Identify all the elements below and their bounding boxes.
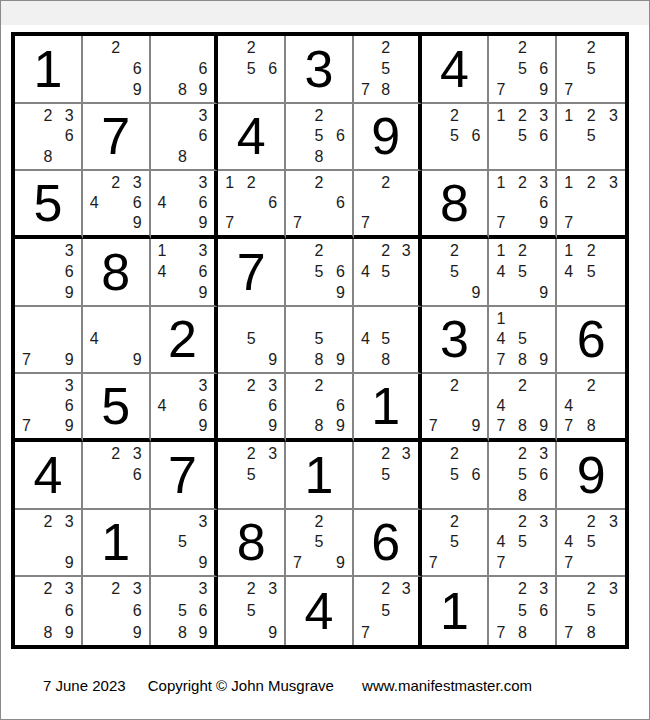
candidate-empty bbox=[464, 513, 483, 533]
sudoku-cell-r2c4[interactable]: 4 bbox=[218, 104, 286, 172]
candidate-digit: 2 bbox=[445, 242, 464, 262]
candidate-empty bbox=[359, 445, 377, 465]
candidate-empty bbox=[106, 621, 125, 642]
sudoku-cell-r4c6[interactable]: 2345 bbox=[354, 239, 422, 307]
sudoku-cell-r3c3[interactable]: 3469 bbox=[151, 171, 219, 239]
candidate-digit: 1 bbox=[156, 242, 174, 262]
candidate-empty bbox=[291, 127, 310, 147]
candidate-empty bbox=[395, 262, 413, 282]
candidate-digit: 9 bbox=[125, 621, 144, 642]
candidate-digit: 9 bbox=[125, 349, 144, 369]
candidate-digit: 8 bbox=[513, 485, 532, 505]
candidate-empty bbox=[464, 107, 483, 127]
candidate-digit: 5 bbox=[513, 262, 532, 282]
candidate-empty bbox=[20, 621, 39, 642]
candidate-digit: 6 bbox=[57, 127, 76, 147]
candidate-empty bbox=[261, 330, 280, 350]
candidate-empty bbox=[39, 330, 58, 350]
sudoku-cell-r7c1[interactable]: 4 bbox=[15, 442, 83, 510]
candidate-empty bbox=[106, 194, 125, 213]
given-digit: 8 bbox=[101, 246, 130, 298]
candidate-empty bbox=[328, 377, 347, 396]
candidate-digit: 2 bbox=[513, 513, 532, 533]
candidate-digit: 5 bbox=[513, 59, 532, 79]
sudoku-cell-r8c7[interactable]: 257 bbox=[422, 510, 490, 578]
candidate-empty bbox=[532, 310, 551, 330]
given-digit: 3 bbox=[305, 43, 334, 95]
sudoku-cell-r9c5[interactable]: 4 bbox=[286, 577, 354, 645]
sudoku-cell-r1c2[interactable]: 269 bbox=[83, 36, 151, 104]
candidate-empty bbox=[601, 601, 620, 622]
candidate-digit: 4 bbox=[494, 533, 513, 553]
candidate-digit: 2 bbox=[377, 580, 395, 601]
candidate-digit: 7 bbox=[291, 552, 310, 572]
candidate-empty bbox=[532, 262, 551, 282]
candidate-empty bbox=[328, 146, 347, 166]
sudoku-cell-r3c1[interactable]: 5 bbox=[15, 171, 83, 239]
candidate-digit: 2 bbox=[581, 513, 600, 533]
given-digit: 1 bbox=[33, 43, 62, 95]
given-digit: 6 bbox=[371, 516, 400, 568]
candidate-digit: 7 bbox=[562, 79, 581, 99]
sudoku-cell-r5c9[interactable]: 6 bbox=[557, 307, 625, 375]
candidate-empty bbox=[601, 59, 620, 79]
candidate-empty bbox=[427, 465, 446, 485]
candidate-digit: 2 bbox=[581, 377, 600, 396]
given-digit: 5 bbox=[33, 177, 62, 229]
candidate-digit: 2 bbox=[445, 107, 464, 127]
candidate-digit: 3 bbox=[57, 513, 76, 533]
candidate-digit: 3 bbox=[191, 377, 209, 396]
candidate-empty bbox=[156, 79, 174, 99]
candidate-digit: 2 bbox=[39, 580, 58, 601]
candidate-digit: 5 bbox=[513, 465, 532, 485]
candidate-empty bbox=[310, 552, 329, 572]
candidate-empty bbox=[291, 416, 310, 435]
sudoku-cell-r9c9[interactable]: 23578 bbox=[557, 577, 625, 645]
candidate-empty bbox=[291, 397, 310, 416]
candidate-digit: 5 bbox=[581, 601, 600, 622]
candidate-empty bbox=[291, 533, 310, 553]
candidate-empty bbox=[532, 39, 551, 59]
sudoku-cell-r8c5[interactable]: 2579 bbox=[286, 510, 354, 578]
candidate-empty bbox=[156, 282, 174, 302]
candidate-empty bbox=[532, 242, 551, 262]
sudoku-cell-r7c5[interactable]: 1 bbox=[286, 442, 354, 510]
sudoku-cell-r9c6[interactable]: 2357 bbox=[354, 577, 422, 645]
sudoku-cell-r8c4[interactable]: 8 bbox=[218, 510, 286, 578]
footer-copyright: Copyright © John Musgrave bbox=[148, 677, 334, 694]
candidate-digit: 2 bbox=[513, 107, 532, 127]
candidate-digit: 8 bbox=[173, 146, 191, 166]
candidate-empty bbox=[291, 310, 310, 330]
sudoku-cell-r9c3[interactable]: 35689 bbox=[151, 577, 219, 645]
candidate-digit: 5 bbox=[310, 533, 329, 553]
sudoku-cell-r9c8[interactable]: 235678 bbox=[489, 577, 557, 645]
candidate-digit: 3 bbox=[395, 445, 413, 465]
candidate-empty bbox=[513, 397, 532, 416]
sudoku-cell-r8c1[interactable]: 239 bbox=[15, 510, 83, 578]
candidate-empty bbox=[377, 194, 395, 213]
candidate-digit: 7 bbox=[291, 213, 310, 232]
sudoku-cell-r6c2[interactable]: 5 bbox=[83, 374, 151, 442]
candidate-digit: 9 bbox=[532, 416, 551, 435]
candidate-digit: 5 bbox=[242, 59, 261, 79]
candidate-digit: 5 bbox=[445, 465, 464, 485]
sudoku-cell-r1c3[interactable]: 689 bbox=[151, 36, 219, 104]
sudoku-cell-r4c7[interactable]: 259 bbox=[422, 239, 490, 307]
candidate-digit: 8 bbox=[513, 416, 532, 435]
candidate-empty bbox=[125, 310, 144, 330]
candidate-empty bbox=[494, 513, 513, 533]
candidate-empty bbox=[106, 485, 125, 505]
candidate-digit: 5 bbox=[513, 127, 532, 147]
candidate-empty bbox=[494, 580, 513, 601]
candidate-digit: 2 bbox=[242, 174, 261, 193]
candidate-empty bbox=[223, 416, 242, 435]
candidate-digit: 8 bbox=[513, 349, 532, 369]
candidate-digit: 3 bbox=[601, 107, 620, 127]
sudoku-cell-r4c2[interactable]: 8 bbox=[83, 239, 151, 307]
candidate-empty bbox=[513, 213, 532, 232]
candidate-empty bbox=[310, 282, 329, 302]
candidate-digit: 9 bbox=[191, 79, 209, 99]
candidate-empty bbox=[359, 242, 377, 262]
candidate-empty bbox=[427, 262, 446, 282]
candidate-empty bbox=[427, 242, 446, 262]
sudoku-cell-r6c6[interactable]: 1 bbox=[354, 374, 422, 442]
candidate-empty bbox=[445, 397, 464, 416]
given-digit: 2 bbox=[168, 313, 197, 365]
sudoku-cell-r2c1[interactable]: 2368 bbox=[15, 104, 83, 172]
candidate-empty bbox=[377, 310, 395, 330]
candidate-empty bbox=[57, 146, 76, 166]
candidate-digit: 2 bbox=[377, 174, 395, 193]
sudoku-cell-r3c7[interactable]: 8 bbox=[422, 171, 490, 239]
sudoku-cell-r4c8[interactable]: 12459 bbox=[489, 239, 557, 307]
candidate-digit: 8 bbox=[39, 146, 58, 166]
sudoku-cell-r7c8[interactable]: 23568 bbox=[489, 442, 557, 510]
candidate-empty bbox=[291, 262, 310, 282]
candidate-empty bbox=[359, 39, 377, 59]
candidate-digit: 6 bbox=[191, 59, 209, 79]
candidate-empty bbox=[601, 552, 620, 572]
candidate-empty bbox=[581, 146, 600, 166]
sudoku-cell-r8c8[interactable]: 23457 bbox=[489, 510, 557, 578]
sudoku-cell-r1c5[interactable]: 3 bbox=[286, 36, 354, 104]
sudoku-cell-r1c9[interactable]: 257 bbox=[557, 36, 625, 104]
sudoku-cell-r6c4[interactable]: 2369 bbox=[218, 374, 286, 442]
sudoku-cell-r1c7[interactable]: 4 bbox=[422, 36, 490, 104]
candidate-empty bbox=[88, 465, 107, 485]
sudoku-cell-r4c5[interactable]: 2569 bbox=[286, 239, 354, 307]
candidate-empty bbox=[20, 330, 39, 350]
candidate-empty bbox=[494, 127, 513, 147]
candidate-empty bbox=[156, 213, 174, 232]
candidate-empty bbox=[494, 194, 513, 213]
candidate-empty bbox=[359, 59, 377, 79]
sudoku-cell-r9c4[interactable]: 2359 bbox=[218, 577, 286, 645]
candidate-empty bbox=[464, 377, 483, 396]
candidate-digit: 2 bbox=[581, 107, 600, 127]
sudoku-cell-r2c2[interactable]: 7 bbox=[83, 104, 151, 172]
candidate-digit: 5 bbox=[242, 465, 261, 485]
candidate-digit: 5 bbox=[310, 262, 329, 282]
candidate-digit: 6 bbox=[125, 194, 144, 213]
candidate-empty bbox=[156, 621, 174, 642]
candidate-digit: 9 bbox=[328, 282, 347, 302]
sudoku-cell-r7c4[interactable]: 235 bbox=[218, 442, 286, 510]
sudoku-cell-r6c3[interactable]: 3469 bbox=[151, 374, 219, 442]
sudoku-cell-r2c9[interactable]: 1235 bbox=[557, 104, 625, 172]
sudoku-cell-r7c9[interactable]: 9 bbox=[557, 442, 625, 510]
candidate-empty bbox=[291, 174, 310, 193]
candidate-empty bbox=[328, 174, 347, 193]
sudoku-cell-r7c7[interactable]: 256 bbox=[422, 442, 490, 510]
candidate-empty bbox=[601, 146, 620, 166]
sudoku-cell-r3c4[interactable]: 1267 bbox=[218, 171, 286, 239]
candidate-digit: 9 bbox=[57, 416, 76, 435]
sudoku-cell-r8c6[interactable]: 6 bbox=[354, 510, 422, 578]
candidate-digit: 7 bbox=[494, 213, 513, 232]
candidate-empty bbox=[494, 445, 513, 465]
given-digit: 7 bbox=[168, 449, 197, 501]
candidate-empty bbox=[395, 39, 413, 59]
candidate-digit: 3 bbox=[125, 580, 144, 601]
candidate-digit: 4 bbox=[88, 330, 107, 350]
candidate-empty bbox=[156, 533, 174, 553]
candidate-digit: 5 bbox=[445, 127, 464, 147]
candidate-empty bbox=[445, 282, 464, 302]
candidate-digit: 2 bbox=[106, 580, 125, 601]
candidate-digit: 5 bbox=[377, 330, 395, 350]
sudoku-cell-r2c3[interactable]: 368 bbox=[151, 104, 219, 172]
sudoku-cell-r1c8[interactable]: 25679 bbox=[489, 36, 557, 104]
candidate-digit: 1 bbox=[562, 242, 581, 262]
candidate-digit: 6 bbox=[532, 194, 551, 213]
candidate-empty bbox=[156, 59, 174, 79]
candidate-empty bbox=[223, 330, 242, 350]
footer-website: www.manifestmaster.com bbox=[362, 677, 532, 694]
given-digit: 1 bbox=[371, 380, 400, 432]
candidate-empty bbox=[581, 79, 600, 99]
sudoku-cell-r7c3[interactable]: 7 bbox=[151, 442, 219, 510]
sudoku-cell-r3c9[interactable]: 1237 bbox=[557, 171, 625, 239]
candidate-digit: 5 bbox=[173, 601, 191, 622]
candidate-empty bbox=[494, 601, 513, 622]
sudoku-cell-r1c4[interactable]: 256 bbox=[218, 36, 286, 104]
candidate-empty bbox=[494, 282, 513, 302]
candidate-digit: 6 bbox=[191, 127, 209, 147]
candidate-empty bbox=[39, 601, 58, 622]
candidate-digit: 9 bbox=[464, 282, 483, 302]
sudoku-cell-r6c7[interactable]: 279 bbox=[422, 374, 490, 442]
candidate-empty bbox=[601, 416, 620, 435]
given-digit: 3 bbox=[440, 313, 469, 365]
candidate-empty bbox=[445, 552, 464, 572]
candidate-empty bbox=[427, 485, 446, 505]
sudoku-cell-r8c2[interactable]: 1 bbox=[83, 510, 151, 578]
sudoku-cell-r1c6[interactable]: 2578 bbox=[354, 36, 422, 104]
candidate-digit: 2 bbox=[445, 377, 464, 396]
candidate-digit: 5 bbox=[513, 330, 532, 350]
candidate-empty bbox=[427, 282, 446, 302]
candidate-empty bbox=[601, 39, 620, 59]
candidate-digit: 2 bbox=[377, 39, 395, 59]
candidate-empty bbox=[223, 349, 242, 369]
candidate-empty bbox=[291, 330, 310, 350]
candidate-digit: 2 bbox=[310, 107, 329, 127]
candidate-empty bbox=[328, 533, 347, 553]
candidate-empty bbox=[261, 174, 280, 193]
sudoku-cell-r6c1[interactable]: 3679 bbox=[15, 374, 83, 442]
candidate-digit: 2 bbox=[513, 377, 532, 396]
sudoku-cell-r2c8[interactable]: 12356 bbox=[489, 104, 557, 172]
sudoku-cell-r7c2[interactable]: 236 bbox=[83, 442, 151, 510]
candidate-empty bbox=[39, 377, 58, 396]
given-digit: 9 bbox=[577, 449, 606, 501]
sudoku-cell-r3c8[interactable]: 123679 bbox=[489, 171, 557, 239]
sudoku-cell-r9c1[interactable]: 23689 bbox=[15, 577, 83, 645]
candidate-empty bbox=[291, 107, 310, 127]
candidate-digit: 5 bbox=[581, 127, 600, 147]
sudoku-cell-r2c6[interactable]: 9 bbox=[354, 104, 422, 172]
candidate-empty bbox=[223, 601, 242, 622]
candidate-digit: 3 bbox=[191, 513, 209, 533]
candidate-digit: 4 bbox=[156, 194, 174, 213]
candidate-digit: 2 bbox=[310, 174, 329, 193]
candidate-empty bbox=[39, 397, 58, 416]
candidate-empty bbox=[223, 39, 242, 59]
candidate-empty bbox=[88, 39, 107, 59]
candidate-digit: 4 bbox=[494, 262, 513, 282]
candidate-empty bbox=[20, 397, 39, 416]
candidate-digit: 1 bbox=[562, 174, 581, 193]
candidate-empty bbox=[532, 533, 551, 553]
sudoku-cell-r5c3[interactable]: 2 bbox=[151, 307, 219, 375]
candidate-digit: 5 bbox=[310, 330, 329, 350]
candidate-digit: 6 bbox=[57, 262, 76, 282]
given-digit: 4 bbox=[305, 585, 334, 637]
sudoku-cell-r3c6[interactable]: 27 bbox=[354, 171, 422, 239]
candidate-empty bbox=[242, 485, 261, 505]
candidate-digit: 2 bbox=[513, 242, 532, 262]
sudoku-cell-r7c6[interactable]: 235 bbox=[354, 442, 422, 510]
candidate-empty bbox=[223, 310, 242, 330]
candidate-digit: 5 bbox=[377, 262, 395, 282]
candidate-empty bbox=[513, 146, 532, 166]
candidate-digit: 3 bbox=[532, 445, 551, 465]
sudoku-cell-r5c1[interactable]: 79 bbox=[15, 307, 83, 375]
sudoku-cell-r5c6[interactable]: 458 bbox=[354, 307, 422, 375]
candidate-digit: 2 bbox=[581, 174, 600, 193]
sudoku-cell-r6c9[interactable]: 2478 bbox=[557, 374, 625, 442]
candidate-digit: 2 bbox=[242, 580, 261, 601]
candidate-empty bbox=[156, 39, 174, 59]
candidate-digit: 9 bbox=[328, 552, 347, 572]
candidate-digit: 6 bbox=[191, 601, 209, 622]
candidate-empty bbox=[513, 79, 532, 99]
candidate-empty bbox=[601, 79, 620, 99]
candidate-digit: 6 bbox=[464, 127, 483, 147]
candidate-empty bbox=[562, 601, 581, 622]
candidate-empty bbox=[291, 282, 310, 302]
candidate-empty bbox=[395, 330, 413, 350]
candidate-digit: 5 bbox=[513, 601, 532, 622]
candidate-digit: 8 bbox=[377, 79, 395, 99]
candidate-empty bbox=[156, 107, 174, 127]
sudoku-cell-r4c1[interactable]: 369 bbox=[15, 239, 83, 307]
candidate-digit: 6 bbox=[532, 465, 551, 485]
sudoku-cell-r4c3[interactable]: 13469 bbox=[151, 239, 219, 307]
candidate-digit: 9 bbox=[57, 349, 76, 369]
candidate-digit: 7 bbox=[20, 349, 39, 369]
candidate-digit: 6 bbox=[328, 262, 347, 282]
sudoku-cell-r9c7[interactable]: 1 bbox=[422, 577, 490, 645]
sudoku-cell-r9c2[interactable]: 2369 bbox=[83, 577, 151, 645]
candidate-empty bbox=[464, 397, 483, 416]
candidate-digit: 2 bbox=[513, 580, 532, 601]
candidate-empty bbox=[427, 377, 446, 396]
candidate-empty bbox=[601, 213, 620, 232]
sudoku-cell-r5c8[interactable]: 145789 bbox=[489, 307, 557, 375]
candidate-empty bbox=[156, 552, 174, 572]
candidate-digit: 2 bbox=[581, 39, 600, 59]
candidate-digit: 7 bbox=[494, 416, 513, 435]
given-digit: 5 bbox=[101, 380, 130, 432]
candidate-digit: 3 bbox=[532, 513, 551, 533]
sudoku-cell-r6c8[interactable]: 24789 bbox=[489, 374, 557, 442]
candidate-empty bbox=[242, 79, 261, 99]
candidate-digit: 9 bbox=[328, 349, 347, 369]
sudoku-cell-r1c1[interactable]: 1 bbox=[15, 36, 83, 104]
sudoku-cell-r3c2[interactable]: 23469 bbox=[83, 171, 151, 239]
sudoku-cell-r6c5[interactable]: 2689 bbox=[286, 374, 354, 442]
candidate-digit: 7 bbox=[494, 621, 513, 642]
sudoku-cell-r5c4[interactable]: 59 bbox=[218, 307, 286, 375]
candidate-empty bbox=[359, 580, 377, 601]
candidate-digit: 5 bbox=[377, 601, 395, 622]
sudoku-cell-r8c3[interactable]: 359 bbox=[151, 510, 219, 578]
sudoku-cell-r2c5[interactable]: 2568 bbox=[286, 104, 354, 172]
candidate-digit: 6 bbox=[57, 397, 76, 416]
candidate-empty bbox=[106, 601, 125, 622]
candidate-empty bbox=[106, 59, 125, 79]
sudoku-cell-r5c7[interactable]: 3 bbox=[422, 307, 490, 375]
candidate-empty bbox=[377, 213, 395, 232]
candidate-digit: 6 bbox=[191, 262, 209, 282]
candidate-empty bbox=[88, 213, 107, 232]
candidate-empty bbox=[562, 282, 581, 302]
given-digit: 9 bbox=[371, 110, 400, 162]
sudoku-cell-r5c5[interactable]: 589 bbox=[286, 307, 354, 375]
candidate-digit: 6 bbox=[191, 194, 209, 213]
sudoku-cell-r4c9[interactable]: 1245 bbox=[557, 239, 625, 307]
candidate-empty bbox=[395, 310, 413, 330]
candidate-empty bbox=[20, 262, 39, 282]
candidate-digit: 1 bbox=[562, 107, 581, 127]
candidate-empty bbox=[20, 377, 39, 396]
sudoku-cell-r8c9[interactable]: 23457 bbox=[557, 510, 625, 578]
sudoku-cell-r4c4[interactable]: 7 bbox=[218, 239, 286, 307]
sudoku-cell-r5c2[interactable]: 49 bbox=[83, 307, 151, 375]
candidate-empty bbox=[359, 601, 377, 622]
candidate-digit: 4 bbox=[562, 533, 581, 553]
footer-date: 7 June 2023 bbox=[43, 677, 126, 694]
sudoku-cell-r2c7[interactable]: 256 bbox=[422, 104, 490, 172]
candidate-digit: 5 bbox=[173, 533, 191, 553]
sudoku-cell-r3c5[interactable]: 267 bbox=[286, 171, 354, 239]
